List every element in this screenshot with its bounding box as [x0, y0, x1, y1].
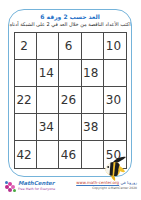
- flower-logo-icon: [5, 181, 16, 193]
- grid-cell-r3c3: 26: [59, 87, 81, 114]
- grid-cell-r1c2[interactable]: [37, 33, 59, 60]
- copyright-text: Copyright ©MathCenter 2020: [92, 186, 137, 191]
- grid-cell-r4c5[interactable]: [104, 114, 126, 141]
- grid-cell-r1c1: 2: [15, 33, 37, 60]
- mathcenter-logo: MathCenter Free Math for Everyone: [5, 180, 55, 193]
- grid-cell-r4c3[interactable]: [59, 114, 81, 141]
- grid-cell-r2c4: 18: [82, 60, 104, 87]
- grid-cell-r2c1[interactable]: [15, 60, 37, 87]
- grid-cell-r5c1: 42: [15, 141, 37, 168]
- grid-cell-r1c4[interactable]: [82, 33, 104, 60]
- grid-cell-r3c1: 22: [15, 87, 37, 114]
- tropical-fish-icon: [101, 155, 127, 182]
- grid-cell-r1c5: 10: [104, 33, 126, 60]
- grid-cell-r4c1[interactable]: [15, 114, 37, 141]
- counting-grid: 2 6 10 14 18 22 26 30 34 38 42 46 50: [14, 32, 127, 169]
- grid-cell-r5c3: 46: [59, 141, 81, 168]
- grid-cell-r2c5[interactable]: [104, 60, 126, 87]
- brand-name: MathCenter: [18, 180, 55, 187]
- worksheet-title: العد حسب 2 ورقة 6: [9, 13, 131, 20]
- grid-cell-r3c2[interactable]: [37, 87, 59, 114]
- grid-cell-r2c3[interactable]: [59, 60, 81, 87]
- grid-cell-r4c2: 34: [37, 114, 59, 141]
- grid-cell-r4c4: 38: [82, 114, 104, 141]
- footer: MathCenter Free Math for Everyone زورونا…: [5, 180, 137, 198]
- grid-cell-r3c4[interactable]: [82, 87, 104, 114]
- grid-cell-r1c3: 6: [59, 33, 81, 60]
- grid-cell-r2c2: 14: [37, 60, 59, 87]
- brand-tagline: Free Math for Everyone: [18, 187, 55, 191]
- worksheet-instructions: اكتب الأعداد الناقصة من خلال العد في 2 ع…: [9, 21, 131, 27]
- grid-cell-r5c2[interactable]: [37, 141, 59, 168]
- worksheet-page: { "game": "counting-by-2s-fill-in-grid",…: [0, 0, 141, 200]
- grid-cell-r3c5: 30: [104, 87, 126, 114]
- worksheet-card: العد حسب 2 ورقة 6 اكتب الأعداد الناقصة م…: [8, 9, 132, 177]
